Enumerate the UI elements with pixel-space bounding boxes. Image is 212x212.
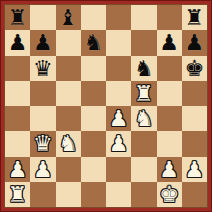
square-g5[interactable] bbox=[157, 81, 182, 106]
square-f4[interactable]: ♞ bbox=[131, 106, 156, 131]
black-knight-icon: ♞ bbox=[84, 30, 104, 55]
square-f6[interactable]: ♞ bbox=[131, 56, 156, 81]
white-pawn-icon: ♟ bbox=[33, 157, 53, 182]
square-b2[interactable]: ♟ bbox=[30, 157, 55, 182]
square-c4[interactable] bbox=[56, 106, 81, 131]
square-f5[interactable]: ♜ bbox=[131, 81, 156, 106]
square-f3[interactable] bbox=[131, 131, 156, 156]
white-knight-icon: ♞ bbox=[134, 106, 154, 131]
square-d8[interactable] bbox=[81, 5, 106, 30]
square-b1[interactable] bbox=[30, 182, 55, 207]
square-c6[interactable] bbox=[56, 56, 81, 81]
square-c2[interactable] bbox=[56, 157, 81, 182]
white-king-icon: ♚ bbox=[159, 182, 179, 207]
square-g3[interactable] bbox=[157, 131, 182, 156]
white-pawn-icon: ♟ bbox=[159, 157, 179, 182]
square-d4[interactable] bbox=[81, 106, 106, 131]
black-king-icon: ♚ bbox=[185, 56, 205, 81]
square-f2[interactable] bbox=[131, 157, 156, 182]
square-g8[interactable] bbox=[157, 5, 182, 30]
square-h5[interactable] bbox=[182, 81, 207, 106]
square-a2[interactable]: ♟ bbox=[5, 157, 30, 182]
square-h4[interactable] bbox=[182, 106, 207, 131]
square-c1[interactable] bbox=[56, 182, 81, 207]
black-pawn-icon: ♟ bbox=[8, 30, 28, 55]
square-a6[interactable] bbox=[5, 56, 30, 81]
square-f1[interactable] bbox=[131, 182, 156, 207]
white-rook-icon: ♜ bbox=[134, 81, 154, 106]
square-e4[interactable]: ♟ bbox=[106, 106, 131, 131]
square-g7[interactable]: ♟ bbox=[157, 30, 182, 55]
white-pawn-icon: ♟ bbox=[185, 157, 205, 182]
square-d5[interactable] bbox=[81, 81, 106, 106]
black-pawn-icon: ♟ bbox=[159, 30, 179, 55]
black-pawn-icon: ♟ bbox=[185, 30, 205, 55]
square-g6[interactable] bbox=[157, 56, 182, 81]
chess-board: ♜♝♜♟♟♞♟♟♛♞♚♜♟♞♛♞♟♟♟♟♟♜♚ bbox=[5, 5, 207, 207]
black-queen-icon: ♛ bbox=[33, 56, 53, 81]
white-rook-icon: ♜ bbox=[8, 182, 28, 207]
square-d2[interactable] bbox=[81, 157, 106, 182]
white-knight-icon: ♞ bbox=[58, 131, 78, 156]
board-frame: ♜♝♜♟♟♞♟♟♛♞♚♜♟♞♛♞♟♟♟♟♟♜♚ bbox=[0, 0, 212, 212]
black-pawn-icon: ♟ bbox=[33, 30, 53, 55]
square-f8[interactable] bbox=[131, 5, 156, 30]
white-pawn-icon: ♟ bbox=[109, 106, 129, 131]
black-rook-icon: ♜ bbox=[185, 5, 205, 30]
square-h6[interactable]: ♚ bbox=[182, 56, 207, 81]
black-knight-icon: ♞ bbox=[134, 56, 154, 81]
square-e8[interactable] bbox=[106, 5, 131, 30]
square-a3[interactable] bbox=[5, 131, 30, 156]
white-pawn-icon: ♟ bbox=[109, 131, 129, 156]
square-a4[interactable] bbox=[5, 106, 30, 131]
square-e6[interactable] bbox=[106, 56, 131, 81]
square-b3[interactable]: ♛ bbox=[30, 131, 55, 156]
square-a5[interactable] bbox=[5, 81, 30, 106]
square-d3[interactable] bbox=[81, 131, 106, 156]
square-g4[interactable] bbox=[157, 106, 182, 131]
square-b6[interactable]: ♛ bbox=[30, 56, 55, 81]
square-e2[interactable] bbox=[106, 157, 131, 182]
square-b4[interactable] bbox=[30, 106, 55, 131]
square-c7[interactable] bbox=[56, 30, 81, 55]
square-h2[interactable]: ♟ bbox=[182, 157, 207, 182]
black-bishop-icon: ♝ bbox=[58, 5, 78, 30]
square-h1[interactable] bbox=[182, 182, 207, 207]
square-a7[interactable]: ♟ bbox=[5, 30, 30, 55]
black-rook-icon: ♜ bbox=[8, 5, 28, 30]
square-d1[interactable] bbox=[81, 182, 106, 207]
square-h3[interactable] bbox=[182, 131, 207, 156]
square-h8[interactable]: ♜ bbox=[182, 5, 207, 30]
square-a1[interactable]: ♜ bbox=[5, 182, 30, 207]
square-a8[interactable]: ♜ bbox=[5, 5, 30, 30]
square-d7[interactable]: ♞ bbox=[81, 30, 106, 55]
square-e1[interactable] bbox=[106, 182, 131, 207]
square-e5[interactable] bbox=[106, 81, 131, 106]
white-queen-icon: ♛ bbox=[33, 131, 53, 156]
square-b7[interactable]: ♟ bbox=[30, 30, 55, 55]
square-c3[interactable]: ♞ bbox=[56, 131, 81, 156]
square-g2[interactable]: ♟ bbox=[157, 157, 182, 182]
square-c8[interactable]: ♝ bbox=[56, 5, 81, 30]
square-g1[interactable]: ♚ bbox=[157, 182, 182, 207]
white-pawn-icon: ♟ bbox=[8, 157, 28, 182]
square-b5[interactable] bbox=[30, 81, 55, 106]
square-f7[interactable] bbox=[131, 30, 156, 55]
square-b8[interactable] bbox=[30, 5, 55, 30]
square-h7[interactable]: ♟ bbox=[182, 30, 207, 55]
square-e3[interactable]: ♟ bbox=[106, 131, 131, 156]
square-c5[interactable] bbox=[56, 81, 81, 106]
square-e7[interactable] bbox=[106, 30, 131, 55]
square-d6[interactable] bbox=[81, 56, 106, 81]
